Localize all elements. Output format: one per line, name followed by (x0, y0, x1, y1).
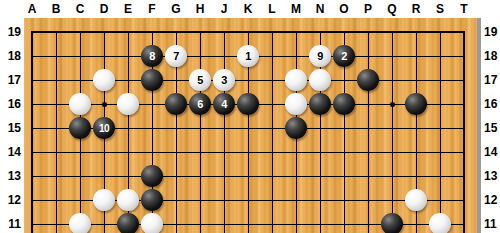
grid-vertical-line-T (463, 31, 465, 233)
column-label-Q: Q (380, 1, 404, 17)
column-label-O: O (332, 1, 356, 17)
stone-black-O18[interactable]: 2 (333, 45, 355, 67)
stone-black-D15[interactable]: 10 (93, 117, 115, 139)
stone-white-N18[interactable]: 9 (309, 45, 331, 67)
row-label-left-18: 18 (0, 48, 21, 64)
stone-black-H16[interactable]: 6 (189, 93, 211, 115)
column-label-G: G (164, 1, 188, 17)
row-label-left-19: 19 (0, 24, 21, 40)
column-label-C: C (68, 1, 92, 17)
stone-black-P17[interactable] (357, 69, 379, 91)
star-point-D16 (102, 102, 107, 107)
row-label-right-14: 14 (484, 144, 500, 160)
row-label-right-19: 19 (484, 24, 500, 40)
stone-black-Q11[interactable] (381, 213, 403, 233)
grid-vertical-line-Q (392, 31, 393, 233)
stone-white-D17[interactable] (93, 69, 115, 91)
go-board-diagram: ABCDEFGHJKLMNOPQRST191918181717161615151… (0, 0, 500, 233)
stone-black-O16[interactable] (333, 93, 355, 115)
row-label-left-11: 11 (0, 216, 21, 232)
grid-horizontal-line-14 (31, 152, 465, 153)
stone-white-E16[interactable] (117, 93, 139, 115)
stone-black-F17[interactable] (141, 69, 163, 91)
row-label-left-17: 17 (0, 72, 21, 88)
stone-black-E11[interactable] (117, 213, 139, 233)
column-label-B: B (44, 1, 68, 17)
grid-vertical-line-L (272, 31, 273, 233)
stone-black-R16[interactable] (405, 93, 427, 115)
move-number: 4 (221, 98, 227, 110)
move-number: 2 (341, 50, 347, 62)
board-right-shadow (477, 18, 481, 233)
stone-white-N17[interactable] (309, 69, 331, 91)
column-label-A: A (20, 1, 44, 17)
move-number: 3 (221, 74, 227, 86)
stone-white-E12[interactable] (117, 189, 139, 211)
star-point-Q16 (390, 102, 395, 107)
stone-white-F11[interactable] (141, 213, 163, 233)
stone-white-C16[interactable] (69, 93, 91, 115)
column-label-D: D (92, 1, 116, 17)
stone-white-M17[interactable] (285, 69, 307, 91)
stone-white-G18[interactable]: 7 (165, 45, 187, 67)
stone-white-C11[interactable] (69, 213, 91, 233)
column-label-J: J (212, 1, 236, 17)
stone-black-C15[interactable] (69, 117, 91, 139)
column-label-P: P (356, 1, 380, 17)
move-number: 8 (149, 50, 155, 62)
stone-black-F13[interactable] (141, 165, 163, 187)
column-label-M: M (284, 1, 308, 17)
stone-white-K18[interactable]: 1 (237, 45, 259, 67)
stone-black-F18[interactable]: 8 (141, 45, 163, 67)
grid-vertical-line-A (31, 31, 33, 233)
row-label-right-18: 18 (484, 48, 500, 64)
move-number: 10 (99, 123, 109, 134)
row-label-right-13: 13 (484, 168, 500, 184)
column-label-L: L (260, 1, 284, 17)
column-label-N: N (308, 1, 332, 17)
grid-vertical-line-B (56, 31, 57, 233)
row-label-right-15: 15 (484, 120, 500, 136)
stone-white-D12[interactable] (93, 189, 115, 211)
move-number: 1 (245, 50, 251, 62)
move-number: 7 (173, 50, 179, 62)
row-label-right-16: 16 (484, 96, 500, 112)
stone-white-S11[interactable] (429, 213, 451, 233)
row-label-left-15: 15 (0, 120, 21, 136)
stone-black-J16[interactable]: 4 (213, 93, 235, 115)
row-label-left-14: 14 (0, 144, 21, 160)
column-label-H: H (188, 1, 212, 17)
stone-black-F12[interactable] (141, 189, 163, 211)
move-number: 9 (317, 50, 323, 62)
stone-black-M15[interactable] (285, 117, 307, 139)
column-label-F: F (140, 1, 164, 17)
grid-vertical-line-J (224, 31, 225, 233)
grid-vertical-line-P (368, 31, 369, 233)
stone-white-R12[interactable] (405, 189, 427, 211)
move-number: 6 (197, 98, 203, 110)
grid-vertical-line-S (440, 31, 441, 233)
stone-white-H17[interactable]: 5 (189, 69, 211, 91)
column-label-T: T (452, 1, 476, 17)
column-label-S: S (428, 1, 452, 17)
column-label-K: K (236, 1, 260, 17)
stone-black-G16[interactable] (165, 93, 187, 115)
grid-horizontal-line-13 (31, 176, 465, 177)
stone-white-J17[interactable]: 3 (213, 69, 235, 91)
row-label-left-16: 16 (0, 96, 21, 112)
stone-black-N16[interactable] (309, 93, 331, 115)
row-label-right-17: 17 (484, 72, 500, 88)
row-label-right-11: 11 (484, 216, 500, 232)
stone-white-M16[interactable] (285, 93, 307, 115)
move-number: 5 (197, 74, 203, 86)
row-label-left-13: 13 (0, 168, 21, 184)
grid-vertical-line-H (200, 31, 201, 233)
stone-black-K16[interactable] (237, 93, 259, 115)
column-label-R: R (404, 1, 428, 17)
grid-horizontal-line-19 (31, 31, 465, 33)
column-label-E: E (116, 1, 140, 17)
row-label-right-12: 12 (484, 192, 500, 208)
row-label-left-12: 12 (0, 192, 21, 208)
